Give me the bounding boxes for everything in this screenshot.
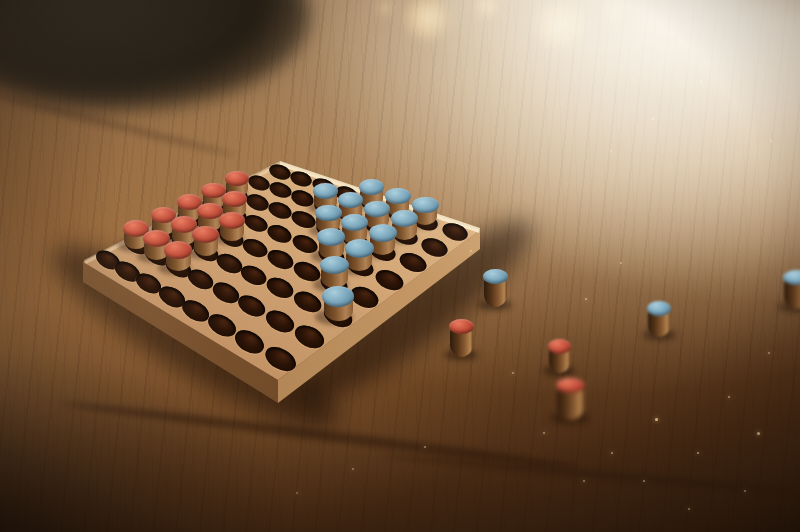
dust-speck: [611, 452, 613, 454]
dust-speck: [652, 118, 654, 120]
blue-peg-top: [322, 286, 354, 306]
blue-peg-top: [338, 192, 364, 208]
dust-speck: [620, 262, 622, 264]
blue-peg-top: [412, 197, 439, 214]
dust-speck: [744, 490, 746, 492]
dust-speck: [585, 298, 587, 300]
red-peg-top: [225, 171, 249, 186]
red-peg-top: [164, 241, 192, 259]
dust-speck: [610, 150, 612, 152]
loose-red-peg-top: [449, 319, 474, 334]
loose-blue-peg-top: [483, 269, 508, 284]
dust-speck: [770, 140, 772, 142]
dust-speck: [352, 468, 354, 470]
dust-speck: [728, 396, 730, 398]
dust-speck: [768, 352, 770, 354]
loose-blue-peg-top: [647, 301, 671, 316]
dust-speck: [543, 432, 545, 434]
loose-red-peg-top: [556, 378, 585, 393]
dust-speck: [757, 432, 760, 435]
blue-peg-top: [369, 224, 397, 242]
red-peg-top: [222, 191, 247, 207]
dust-speck: [470, 250, 472, 252]
dust-speck: [688, 508, 690, 510]
dust-speck: [583, 480, 585, 482]
dust-speck: [424, 446, 426, 448]
blue-peg-top: [315, 205, 341, 222]
loose-red-peg-top: [548, 339, 571, 354]
dust-speck: [655, 418, 658, 421]
dust-speck: [697, 452, 699, 454]
dust-speck: [700, 80, 702, 82]
dust-speck: [512, 372, 514, 374]
bokeh-light: [604, 2, 624, 22]
photo-scene: [0, 0, 800, 532]
dust-speck: [296, 492, 298, 494]
blue-peg-top: [385, 188, 411, 204]
blue-peg-top: [345, 239, 374, 257]
dust-speck: [643, 480, 645, 482]
